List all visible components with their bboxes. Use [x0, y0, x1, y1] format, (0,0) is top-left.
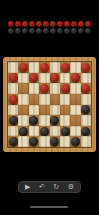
- board-square[interactable]: [39, 115, 49, 126]
- board-square[interactable]: [81, 126, 91, 137]
- board-square[interactable]: [50, 105, 60, 116]
- board-square[interactable]: [29, 115, 39, 126]
- red-tray-piece: [36, 21, 42, 27]
- board-square[interactable]: [8, 83, 18, 94]
- red-tray-piece: [15, 21, 21, 27]
- board-square[interactable]: [50, 136, 60, 147]
- board-square[interactable]: [60, 83, 70, 94]
- board-square[interactable]: [18, 94, 28, 105]
- black-piece[interactable]: [29, 137, 38, 146]
- black-piece[interactable]: [19, 127, 28, 136]
- board-square[interactable]: [70, 136, 80, 147]
- red-tray-piece: [85, 21, 91, 27]
- black-tray-piece: [22, 28, 28, 34]
- board-square[interactable]: [8, 105, 18, 116]
- board-square[interactable]: [81, 94, 91, 105]
- play-icon: ▶: [25, 182, 30, 192]
- undo-button[interactable]: ↶: [39, 182, 45, 192]
- red-tray-piece: [22, 21, 28, 27]
- red-piece[interactable]: [61, 63, 70, 72]
- board-square[interactable]: [70, 105, 80, 116]
- black-tray-piece: [36, 28, 42, 34]
- red-piece[interactable]: [9, 95, 18, 104]
- black-tray-piece: [8, 28, 14, 34]
- board-square[interactable]: [39, 136, 49, 147]
- captured-black-tray: [8, 28, 91, 34]
- red-tray-piece: [78, 21, 84, 27]
- board-square[interactable]: [29, 62, 39, 73]
- board-square[interactable]: [29, 94, 39, 105]
- black-tray-piece: [85, 28, 91, 34]
- black-piece[interactable]: [81, 105, 90, 114]
- black-tray-piece: [15, 28, 21, 34]
- play-button[interactable]: ▶: [25, 182, 30, 192]
- board-square[interactable]: [29, 105, 39, 116]
- red-piece[interactable]: [50, 73, 59, 82]
- board-square[interactable]: [70, 83, 80, 94]
- board-square[interactable]: [70, 115, 80, 126]
- board-square[interactable]: [8, 94, 18, 105]
- red-piece[interactable]: [40, 84, 49, 93]
- board-square[interactable]: [39, 62, 49, 73]
- board-square[interactable]: [60, 73, 70, 84]
- board-square[interactable]: [50, 115, 60, 126]
- board-square[interactable]: [60, 62, 70, 73]
- red-piece[interactable]: [40, 63, 49, 72]
- board-square[interactable]: [18, 105, 28, 116]
- board-square[interactable]: [39, 126, 49, 137]
- board-square[interactable]: [29, 83, 39, 94]
- board-square[interactable]: [29, 136, 39, 147]
- red-tray-piece: [50, 21, 56, 27]
- red-tray-piece: [57, 21, 63, 27]
- board-square[interactable]: [50, 62, 60, 73]
- red-piece[interactable]: [29, 73, 38, 82]
- board-square[interactable]: [60, 94, 70, 105]
- red-tray-piece: [8, 21, 14, 27]
- red-tray-piece: [43, 21, 49, 27]
- board-square[interactable]: [18, 83, 28, 94]
- board-square[interactable]: [81, 73, 91, 84]
- board-square[interactable]: [18, 73, 28, 84]
- gear-icon: ⚙: [68, 182, 74, 192]
- board-square[interactable]: [81, 136, 91, 147]
- captured-piece-trays: [8, 21, 91, 35]
- black-tray-piece: [50, 28, 56, 34]
- home-indicator[interactable]: [30, 206, 68, 208]
- black-piece[interactable]: [71, 137, 80, 146]
- board-square[interactable]: [50, 73, 60, 84]
- captured-red-tray: [8, 21, 91, 27]
- black-piece[interactable]: [29, 116, 38, 125]
- black-piece[interactable]: [81, 127, 90, 136]
- board-square[interactable]: [29, 126, 39, 137]
- board-square[interactable]: [18, 126, 28, 137]
- board-square[interactable]: [8, 126, 18, 137]
- board-square[interactable]: [39, 94, 49, 105]
- red-piece[interactable]: [61, 84, 70, 93]
- board-square[interactable]: [18, 115, 28, 126]
- board-square[interactable]: [8, 62, 18, 73]
- board-square[interactable]: [18, 136, 28, 147]
- board-square[interactable]: [8, 73, 18, 84]
- settings-button[interactable]: ⚙: [68, 182, 74, 192]
- board-square[interactable]: [29, 73, 39, 84]
- board-square[interactable]: [8, 136, 18, 147]
- black-tray-piece: [71, 28, 77, 34]
- black-tray-piece: [29, 28, 35, 34]
- black-piece[interactable]: [61, 127, 70, 136]
- board-square[interactable]: [50, 94, 60, 105]
- black-piece[interactable]: [50, 116, 59, 125]
- board-square[interactable]: [70, 126, 80, 137]
- board-square[interactable]: [70, 62, 80, 73]
- board-frame: [3, 57, 96, 152]
- board-square[interactable]: [81, 115, 91, 126]
- red-tray-piece: [29, 21, 35, 27]
- black-piece[interactable]: [9, 137, 18, 146]
- app-screen: ▶ ↶ ↻ ⚙: [0, 0, 99, 215]
- board-square[interactable]: [70, 73, 80, 84]
- board-square[interactable]: [81, 83, 91, 94]
- black-tray-piece: [64, 28, 70, 34]
- board-square[interactable]: [60, 136, 70, 147]
- restart-button[interactable]: ↻: [53, 182, 59, 192]
- red-piece[interactable]: [81, 63, 90, 72]
- undo-icon: ↶: [39, 182, 45, 192]
- board-square[interactable]: [39, 105, 49, 116]
- black-tray-piece: [78, 28, 84, 34]
- board-square[interactable]: [60, 115, 70, 126]
- toolbar: ▶ ↶ ↻ ⚙: [18, 181, 81, 193]
- red-piece[interactable]: [19, 63, 28, 72]
- black-piece[interactable]: [9, 116, 18, 125]
- red-piece[interactable]: [71, 73, 80, 82]
- board-square[interactable]: [39, 83, 49, 94]
- black-piece[interactable]: [40, 127, 49, 136]
- black-tray-piece: [43, 28, 49, 34]
- red-piece[interactable]: [81, 84, 90, 93]
- board-square[interactable]: [60, 105, 70, 116]
- restart-icon: ↻: [53, 182, 59, 192]
- board-square[interactable]: [60, 126, 70, 137]
- red-tray-piece: [71, 21, 77, 27]
- board-square[interactable]: [50, 126, 60, 137]
- red-piece[interactable]: [9, 73, 18, 82]
- board-square[interactable]: [70, 94, 80, 105]
- black-tray-piece: [57, 28, 63, 34]
- black-piece[interactable]: [50, 137, 59, 146]
- board-square[interactable]: [39, 73, 49, 84]
- board-square[interactable]: [50, 83, 60, 94]
- board-square[interactable]: [8, 115, 18, 126]
- checkers-board: [8, 62, 91, 147]
- red-tray-piece: [64, 21, 70, 27]
- board-square[interactable]: [18, 62, 28, 73]
- board-square[interactable]: [81, 105, 91, 116]
- board-square[interactable]: [81, 62, 91, 73]
